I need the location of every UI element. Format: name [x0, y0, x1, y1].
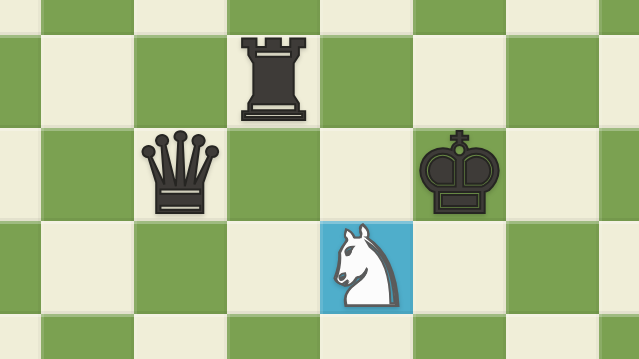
square-g6[interactable] — [506, 128, 599, 221]
square-d6[interactable] — [227, 128, 320, 221]
square-h8[interactable] — [599, 0, 639, 35]
square-h6[interactable] — [599, 128, 639, 221]
square-h4[interactable] — [599, 314, 639, 359]
square-e5[interactable]: ♞♘ — [320, 221, 413, 314]
square-h7[interactable] — [599, 35, 639, 128]
square-b4[interactable] — [41, 314, 134, 359]
square-d4[interactable] — [227, 314, 320, 359]
square-c5[interactable] — [134, 221, 227, 314]
square-d7[interactable]: ♜ — [227, 35, 320, 128]
square-g5[interactable] — [506, 221, 599, 314]
square-e7[interactable] — [320, 35, 413, 128]
square-b6[interactable] — [41, 128, 134, 221]
square-f5[interactable] — [413, 221, 506, 314]
square-d5[interactable] — [227, 221, 320, 314]
square-b8[interactable] — [41, 0, 134, 35]
square-a8[interactable] — [0, 0, 41, 35]
square-c8[interactable] — [134, 0, 227, 35]
chessboard: ♜♛♚♞♘ — [0, 0, 639, 359]
white-knight-outline-glyph: ♘ — [320, 221, 413, 314]
black-rook-piece[interactable]: ♜ — [223, 35, 323, 128]
square-a4[interactable] — [0, 314, 41, 359]
square-a6[interactable] — [0, 128, 41, 221]
black-king-piece[interactable]: ♚ — [409, 128, 509, 221]
square-e8[interactable] — [320, 0, 413, 35]
square-f6[interactable]: ♚ — [413, 128, 506, 221]
square-g4[interactable] — [506, 314, 599, 359]
square-a7[interactable] — [0, 35, 41, 128]
square-b5[interactable] — [41, 221, 134, 314]
square-g7[interactable] — [506, 35, 599, 128]
chessboard-viewport: ♜♛♚♞♘ — [0, 0, 639, 359]
square-c4[interactable] — [134, 314, 227, 359]
square-h5[interactable] — [599, 221, 639, 314]
square-c6[interactable]: ♛ — [134, 128, 227, 221]
white-knight-piece[interactable]: ♞♘ — [320, 221, 413, 314]
black-queen-piece[interactable]: ♛ — [130, 128, 230, 221]
square-a5[interactable] — [0, 221, 41, 314]
square-f4[interactable] — [413, 314, 506, 359]
square-g8[interactable] — [506, 0, 599, 35]
square-e4[interactable] — [320, 314, 413, 359]
square-b7[interactable] — [41, 35, 134, 128]
square-f8[interactable] — [413, 0, 506, 35]
